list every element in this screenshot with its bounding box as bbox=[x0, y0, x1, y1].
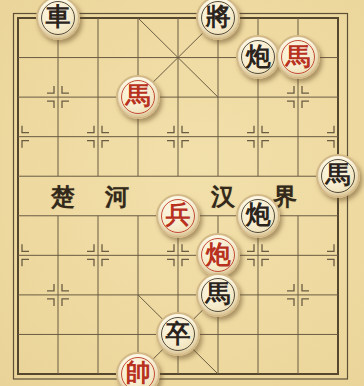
piece-red-horse[interactable]: 馬 bbox=[116, 75, 160, 119]
piece-glyph: 兵 bbox=[166, 202, 191, 227]
piece-glyph: 車 bbox=[46, 4, 71, 29]
piece-glyph: 炮 bbox=[246, 44, 271, 69]
piece-red-general[interactable]: 帥 bbox=[116, 352, 160, 386]
piece-red-cannon[interactable]: 炮 bbox=[196, 233, 240, 277]
piece-glyph: 炮 bbox=[246, 202, 271, 227]
piece-black-horse[interactable]: 馬 bbox=[316, 154, 360, 198]
piece-black-cannon[interactable]: 炮 bbox=[236, 35, 280, 79]
piece-black-horse[interactable]: 馬 bbox=[196, 273, 240, 317]
piece-glyph: 馬 bbox=[326, 162, 351, 187]
piece-black-chariot[interactable]: 車 bbox=[36, 0, 80, 40]
piece-glyph: 馬 bbox=[206, 281, 231, 306]
piece-red-soldier[interactable]: 兵 bbox=[156, 194, 200, 238]
piece-black-cannon[interactable]: 炮 bbox=[236, 194, 280, 238]
piece-red-horse[interactable]: 馬 bbox=[276, 35, 320, 79]
piece-glyph: 炮 bbox=[206, 242, 231, 267]
pieces-layer: 車將炮馬馬馬兵炮炮馬卒帥 bbox=[0, 0, 358, 386]
piece-glyph: 馬 bbox=[286, 44, 311, 69]
xiangqi-board: 楚 河 汉 界 車將炮馬馬馬兵炮炮馬卒帥 bbox=[0, 0, 364, 386]
piece-glyph: 帥 bbox=[126, 360, 151, 385]
piece-black-general[interactable]: 將 bbox=[196, 0, 240, 40]
piece-glyph: 卒 bbox=[166, 321, 191, 346]
piece-glyph: 馬 bbox=[126, 83, 151, 108]
piece-glyph: 將 bbox=[206, 4, 231, 29]
piece-black-soldier[interactable]: 卒 bbox=[156, 312, 200, 356]
